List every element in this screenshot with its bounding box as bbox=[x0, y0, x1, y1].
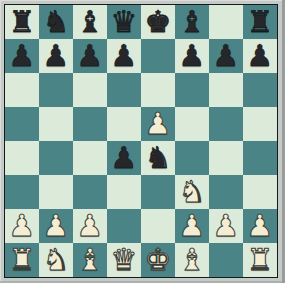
square-h4[interactable] bbox=[243, 141, 277, 175]
square-e3[interactable] bbox=[141, 175, 175, 209]
square-f4[interactable] bbox=[175, 141, 209, 175]
square-f7[interactable]: ♟ bbox=[175, 39, 209, 73]
white-bishop[interactable]: ♝ bbox=[175, 243, 209, 277]
square-e4[interactable]: ♞ bbox=[141, 141, 175, 175]
square-e2[interactable] bbox=[141, 209, 175, 243]
square-a7[interactable]: ♟ bbox=[5, 39, 39, 73]
square-b8[interactable]: ♞ bbox=[39, 5, 73, 39]
square-a3[interactable] bbox=[5, 175, 39, 209]
square-b2[interactable]: ♟ bbox=[39, 209, 73, 243]
square-g5[interactable] bbox=[209, 107, 243, 141]
white-king[interactable]: ♚ bbox=[141, 243, 175, 277]
black-pawn[interactable]: ♟ bbox=[39, 39, 73, 73]
white-rook[interactable]: ♜ bbox=[243, 243, 277, 277]
square-c1[interactable]: ♝ bbox=[73, 243, 107, 277]
black-pawn[interactable]: ♟ bbox=[209, 39, 243, 73]
black-rook[interactable]: ♜ bbox=[5, 5, 39, 39]
black-bishop[interactable]: ♝ bbox=[175, 5, 209, 39]
black-pawn[interactable]: ♟ bbox=[73, 39, 107, 73]
square-f6[interactable] bbox=[175, 73, 209, 107]
square-e8[interactable]: ♚ bbox=[141, 5, 175, 39]
square-d4[interactable]: ♟ bbox=[107, 141, 141, 175]
white-pawn[interactable]: ♟ bbox=[73, 209, 107, 243]
black-bishop[interactable]: ♝ bbox=[73, 5, 107, 39]
square-f3[interactable]: ♞ bbox=[175, 175, 209, 209]
white-pawn[interactable]: ♟ bbox=[39, 209, 73, 243]
square-f8[interactable]: ♝ bbox=[175, 5, 209, 39]
square-h6[interactable] bbox=[243, 73, 277, 107]
square-c8[interactable]: ♝ bbox=[73, 5, 107, 39]
square-f1[interactable]: ♝ bbox=[175, 243, 209, 277]
white-pawn[interactable]: ♟ bbox=[243, 209, 277, 243]
square-a5[interactable] bbox=[5, 107, 39, 141]
square-b1[interactable]: ♞ bbox=[39, 243, 73, 277]
square-b5[interactable] bbox=[39, 107, 73, 141]
black-king[interactable]: ♚ bbox=[141, 5, 175, 39]
square-h5[interactable] bbox=[243, 107, 277, 141]
chess-board: ♜♞♝♛♚♝♜♟♟♟♟♟♟♟♟♟♞♞♟♟♟♟♟♟♜♞♝♛♚♝♜ bbox=[4, 4, 278, 278]
square-g3[interactable] bbox=[209, 175, 243, 209]
black-knight[interactable]: ♞ bbox=[39, 5, 73, 39]
square-g8[interactable] bbox=[209, 5, 243, 39]
square-h2[interactable]: ♟ bbox=[243, 209, 277, 243]
square-e1[interactable]: ♚ bbox=[141, 243, 175, 277]
black-pawn[interactable]: ♟ bbox=[5, 39, 39, 73]
square-g6[interactable] bbox=[209, 73, 243, 107]
black-rook[interactable]: ♜ bbox=[243, 5, 277, 39]
square-e5[interactable]: ♟ bbox=[141, 107, 175, 141]
square-g2[interactable]: ♟ bbox=[209, 209, 243, 243]
black-pawn[interactable]: ♟ bbox=[107, 141, 141, 175]
white-queen[interactable]: ♛ bbox=[107, 243, 141, 277]
square-b7[interactable]: ♟ bbox=[39, 39, 73, 73]
square-b6[interactable] bbox=[39, 73, 73, 107]
square-h8[interactable]: ♜ bbox=[243, 5, 277, 39]
square-d6[interactable] bbox=[107, 73, 141, 107]
square-a6[interactable] bbox=[5, 73, 39, 107]
square-c3[interactable] bbox=[73, 175, 107, 209]
square-e6[interactable] bbox=[141, 73, 175, 107]
black-knight[interactable]: ♞ bbox=[141, 141, 175, 175]
square-d2[interactable] bbox=[107, 209, 141, 243]
square-g7[interactable]: ♟ bbox=[209, 39, 243, 73]
black-pawn[interactable]: ♟ bbox=[243, 39, 277, 73]
white-rook[interactable]: ♜ bbox=[5, 243, 39, 277]
square-c7[interactable]: ♟ bbox=[73, 39, 107, 73]
square-a8[interactable]: ♜ bbox=[5, 5, 39, 39]
square-d3[interactable] bbox=[107, 175, 141, 209]
square-d8[interactable]: ♛ bbox=[107, 5, 141, 39]
white-knight[interactable]: ♞ bbox=[175, 175, 209, 209]
square-b3[interactable] bbox=[39, 175, 73, 209]
square-a4[interactable] bbox=[5, 141, 39, 175]
square-f2[interactable]: ♟ bbox=[175, 209, 209, 243]
white-knight[interactable]: ♞ bbox=[39, 243, 73, 277]
square-c6[interactable] bbox=[73, 73, 107, 107]
square-d1[interactable]: ♛ bbox=[107, 243, 141, 277]
black-queen[interactable]: ♛ bbox=[107, 5, 141, 39]
square-a2[interactable]: ♟ bbox=[5, 209, 39, 243]
square-f5[interactable] bbox=[175, 107, 209, 141]
white-pawn[interactable]: ♟ bbox=[175, 209, 209, 243]
white-pawn[interactable]: ♟ bbox=[5, 209, 39, 243]
square-c5[interactable] bbox=[73, 107, 107, 141]
square-a1[interactable]: ♜ bbox=[5, 243, 39, 277]
square-c4[interactable] bbox=[73, 141, 107, 175]
black-pawn[interactable]: ♟ bbox=[175, 39, 209, 73]
square-d5[interactable] bbox=[107, 107, 141, 141]
white-pawn[interactable]: ♟ bbox=[209, 209, 243, 243]
square-g4[interactable] bbox=[209, 141, 243, 175]
square-e7[interactable] bbox=[141, 39, 175, 73]
white-bishop[interactable]: ♝ bbox=[73, 243, 107, 277]
square-d7[interactable]: ♟ bbox=[107, 39, 141, 73]
white-pawn[interactable]: ♟ bbox=[141, 107, 175, 141]
square-g1[interactable] bbox=[209, 243, 243, 277]
square-h7[interactable]: ♟ bbox=[243, 39, 277, 73]
square-h3[interactable] bbox=[243, 175, 277, 209]
square-h1[interactable]: ♜ bbox=[243, 243, 277, 277]
square-b4[interactable] bbox=[39, 141, 73, 175]
board-frame: ♜♞♝♛♚♝♜♟♟♟♟♟♟♟♟♟♞♞♟♟♟♟♟♟♜♞♝♛♚♝♜ bbox=[0, 0, 285, 283]
black-pawn[interactable]: ♟ bbox=[107, 39, 141, 73]
square-c2[interactable]: ♟ bbox=[73, 209, 107, 243]
